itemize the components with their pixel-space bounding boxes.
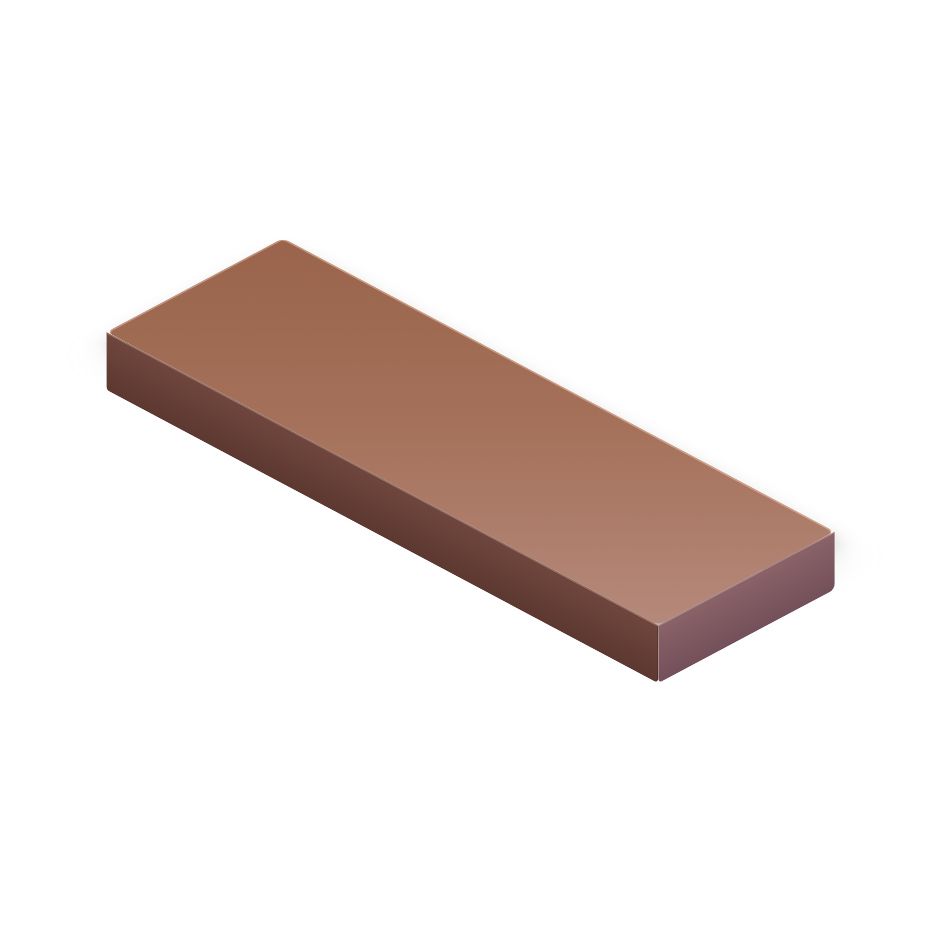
chocolate-bar-render — [0, 0, 945, 945]
